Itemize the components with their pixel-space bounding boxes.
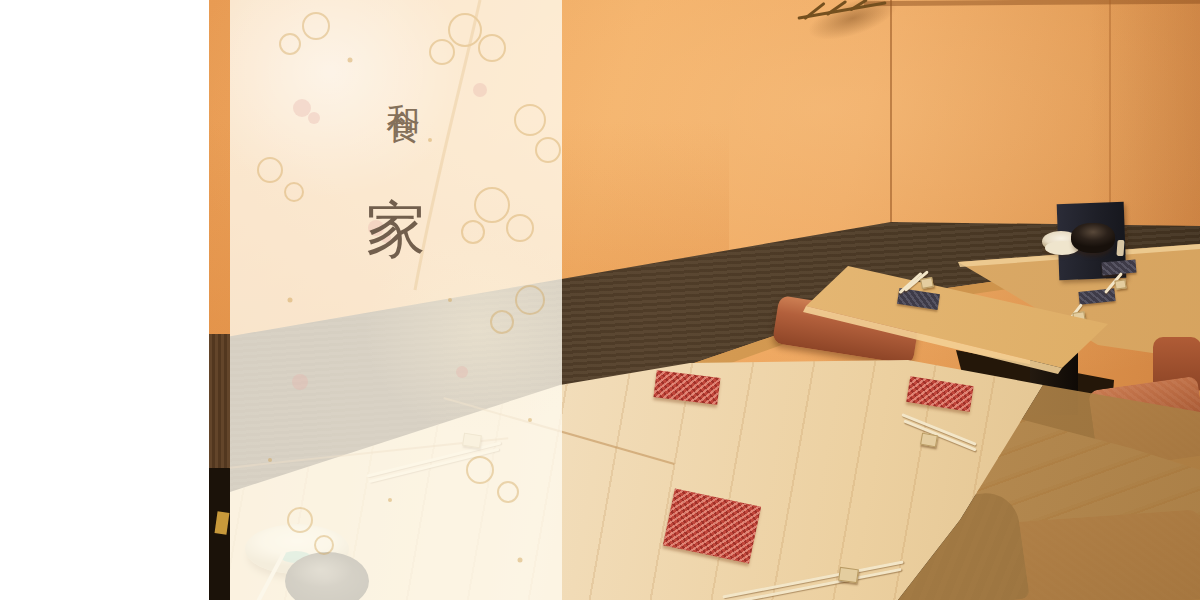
brand-title: 家	[366, 190, 426, 271]
chopstick-rest	[1114, 279, 1126, 289]
hero-banner: 和食 家	[0, 0, 1200, 600]
dark-plate-stack	[1071, 223, 1115, 253]
chopstick-rest	[920, 277, 934, 289]
wall-corner	[890, 0, 892, 228]
brand-subtitle: 和食	[380, 76, 426, 91]
chopstick-rest	[838, 567, 859, 584]
chopstick-rest	[920, 433, 938, 448]
left-sliver-object	[209, 468, 230, 600]
left-sliver-wood	[209, 334, 230, 474]
left-white-margin	[0, 0, 209, 600]
washi-overlay-panel: 和食 家	[230, 0, 562, 600]
wall-corner-right	[1109, 0, 1111, 230]
condiment-shaker	[1116, 240, 1124, 256]
